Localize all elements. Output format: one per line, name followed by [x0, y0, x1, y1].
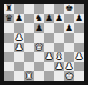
square-e8[interactable]	[44, 4, 54, 14]
square-c2[interactable]	[24, 62, 34, 72]
black-king[interactable]: ♚	[65, 4, 73, 13]
square-g8[interactable]: ♚	[64, 4, 74, 14]
square-b1[interactable]	[14, 71, 24, 81]
white-queen[interactable]: ♛	[35, 43, 43, 52]
square-a1[interactable]	[4, 71, 14, 81]
black-knight[interactable]: ♞	[35, 14, 43, 23]
square-a8[interactable]: ♜	[4, 4, 14, 14]
square-h7[interactable]: ♟	[74, 14, 84, 24]
chess-board-frame: ♜♚♛♟♞♟♟♟♟♟♟♟♛♟♝♟♟♟♜♚	[0, 0, 88, 85]
square-d2[interactable]	[34, 62, 44, 72]
black-rook[interactable]: ♜	[5, 4, 13, 13]
square-c6[interactable]	[24, 23, 34, 33]
square-h5[interactable]	[74, 33, 84, 43]
square-h1[interactable]	[74, 71, 84, 81]
black-pawn[interactable]: ♟	[45, 14, 53, 23]
chess-board: ♜♚♛♟♞♟♟♟♟♟♟♟♛♟♝♟♟♟♜♚	[4, 4, 84, 81]
square-f6[interactable]	[54, 23, 64, 33]
square-b8[interactable]	[14, 4, 24, 14]
square-h4[interactable]	[74, 43, 84, 53]
square-g4[interactable]	[64, 43, 74, 53]
square-c3[interactable]	[24, 52, 34, 62]
square-b6[interactable]	[14, 23, 24, 33]
square-d3[interactable]	[34, 52, 44, 62]
square-e2[interactable]	[44, 62, 54, 72]
square-g3[interactable]	[64, 52, 74, 62]
black-queen[interactable]: ♛	[5, 14, 13, 23]
white-rook[interactable]: ♜	[25, 71, 33, 80]
square-g6[interactable]: ♟	[64, 23, 74, 33]
square-d1[interactable]	[34, 71, 44, 81]
black-pawn[interactable]: ♟	[65, 23, 73, 32]
black-pawn[interactable]: ♟	[75, 14, 83, 23]
square-f7[interactable]: ♟	[54, 14, 64, 24]
square-d6[interactable]: ♟	[34, 23, 44, 33]
white-pawn[interactable]: ♟	[15, 33, 23, 42]
square-e4[interactable]	[44, 43, 54, 53]
square-a2[interactable]	[4, 62, 14, 72]
square-c1[interactable]: ♜	[24, 71, 34, 81]
square-h6[interactable]	[74, 23, 84, 33]
white-king[interactable]: ♚	[65, 71, 73, 80]
square-f5[interactable]	[54, 33, 64, 43]
square-h2[interactable]	[74, 62, 84, 72]
square-g1[interactable]: ♚	[64, 71, 74, 81]
square-e3[interactable]: ♟	[44, 52, 54, 62]
square-f8[interactable]	[54, 4, 64, 14]
white-pawn[interactable]: ♟	[15, 43, 23, 52]
white-pawn[interactable]: ♟	[75, 52, 83, 61]
square-g7[interactable]	[64, 14, 74, 24]
square-c5[interactable]	[24, 33, 34, 43]
square-h8[interactable]	[74, 4, 84, 14]
square-f3[interactable]: ♝	[54, 52, 64, 62]
square-e1[interactable]	[44, 71, 54, 81]
square-f1[interactable]	[54, 71, 64, 81]
square-b4[interactable]: ♟	[14, 43, 24, 53]
square-b7[interactable]: ♟	[14, 14, 24, 24]
white-pawn[interactable]: ♟	[55, 62, 63, 71]
white-bishop[interactable]: ♝	[55, 52, 63, 61]
square-c8[interactable]	[24, 4, 34, 14]
square-c7[interactable]	[24, 14, 34, 24]
square-d7[interactable]: ♞	[34, 14, 44, 24]
square-d8[interactable]	[34, 4, 44, 14]
square-e5[interactable]	[44, 33, 54, 43]
white-pawn[interactable]: ♟	[65, 62, 73, 71]
square-e7[interactable]: ♟	[44, 14, 54, 24]
white-pawn[interactable]: ♟	[45, 52, 53, 61]
square-b2[interactable]	[14, 62, 24, 72]
square-b5[interactable]: ♟	[14, 33, 24, 43]
square-a7[interactable]: ♛	[4, 14, 14, 24]
black-pawn[interactable]: ♟	[35, 23, 43, 32]
square-a4[interactable]	[4, 43, 14, 53]
square-d5[interactable]	[34, 33, 44, 43]
square-h3[interactable]: ♟	[74, 52, 84, 62]
black-pawn[interactable]: ♟	[55, 14, 63, 23]
square-g2[interactable]: ♟	[64, 62, 74, 72]
black-pawn[interactable]: ♟	[15, 14, 23, 23]
square-e6[interactable]	[44, 23, 54, 33]
square-f2[interactable]: ♟	[54, 62, 64, 72]
square-f4[interactable]	[54, 43, 64, 53]
square-a3[interactable]	[4, 52, 14, 62]
square-a5[interactable]	[4, 33, 14, 43]
square-g5[interactable]	[64, 33, 74, 43]
square-c4[interactable]	[24, 43, 34, 53]
square-d4[interactable]: ♛	[34, 43, 44, 53]
square-b3[interactable]	[14, 52, 24, 62]
square-a6[interactable]	[4, 23, 14, 33]
